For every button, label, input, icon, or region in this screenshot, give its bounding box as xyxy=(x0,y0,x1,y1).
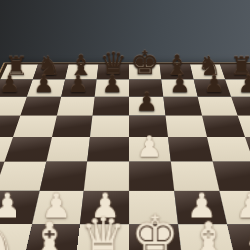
piece-white-knight[interactable]: ♞ xyxy=(0,218,16,250)
square-e3[interactable] xyxy=(129,162,174,191)
piece-white-king[interactable]: ♚ xyxy=(132,209,180,250)
chess-app-screenshot: ♜♞♝♛♚♝♞♜♟♟♟♟♟♟♟♟♟♟♟♟♟♟♟♟♜♞♝♛♚♝♞♜ xyxy=(0,0,250,250)
piece-black-pawn[interactable]: ♟ xyxy=(169,72,190,96)
square-c1[interactable]: ♝ xyxy=(22,224,80,250)
square-c7[interactable]: ♟ xyxy=(61,80,97,97)
square-b7[interactable]: ♟ xyxy=(27,80,65,97)
square-c4[interactable] xyxy=(46,137,90,162)
chess-board[interactable]: ♜♞♝♛♚♝♞♜♟♟♟♟♟♟♟♟♟♟♟♟♟♟♟♟♜♞♝♛♚♝♞♜ xyxy=(0,63,250,250)
square-f7[interactable]: ♟ xyxy=(161,80,197,97)
square-d4[interactable] xyxy=(87,137,129,162)
piece-black-pawn[interactable]: ♟ xyxy=(67,72,88,96)
piece-white-queen[interactable]: ♛ xyxy=(80,212,125,250)
piece-black-pawn[interactable]: ♟ xyxy=(203,72,224,96)
square-d6[interactable] xyxy=(93,96,129,115)
square-e4[interactable]: ♟ xyxy=(129,137,171,162)
square-g4[interactable] xyxy=(207,137,251,162)
square-d1[interactable]: ♛ xyxy=(76,224,129,250)
square-f5[interactable] xyxy=(165,115,206,137)
board-scene: ♜♞♝♛♚♝♞♜♟♟♟♟♟♟♟♟♟♟♟♟♟♟♟♟♜♞♝♛♚♝♞♜ xyxy=(0,0,250,250)
piece-black-king[interactable]: ♚ xyxy=(131,47,160,79)
piece-white-bishop[interactable]: ♝ xyxy=(28,216,70,250)
square-d7[interactable]: ♟ xyxy=(95,80,129,97)
square-g5[interactable] xyxy=(202,115,246,137)
square-f6[interactable] xyxy=(163,96,201,115)
square-e8[interactable]: ♚ xyxy=(129,65,161,80)
piece-white-knight[interactable]: ♞ xyxy=(242,218,250,250)
piece-black-pawn[interactable]: ♟ xyxy=(101,72,122,96)
piece-black-pawn[interactable]: ♟ xyxy=(136,89,159,114)
square-f1[interactable]: ♝ xyxy=(178,224,236,250)
square-c6[interactable] xyxy=(56,96,94,115)
square-c5[interactable] xyxy=(52,115,93,137)
square-b4[interactable] xyxy=(4,137,51,162)
square-e6[interactable]: ♟ xyxy=(129,96,165,115)
piece-white-bishop[interactable]: ♝ xyxy=(188,216,230,250)
square-g6[interactable] xyxy=(197,96,238,115)
piece-black-pawn[interactable]: ♟ xyxy=(0,72,21,96)
square-d5[interactable] xyxy=(90,115,129,137)
piece-black-pawn[interactable]: ♟ xyxy=(33,72,54,96)
piece-black-pawn[interactable]: ♟ xyxy=(237,72,250,96)
square-f4[interactable] xyxy=(168,137,212,162)
square-b6[interactable] xyxy=(20,96,61,115)
square-b5[interactable] xyxy=(13,115,57,137)
square-e1[interactable]: ♚ xyxy=(129,224,182,250)
piece-white-pawn[interactable]: ♟ xyxy=(137,132,163,161)
